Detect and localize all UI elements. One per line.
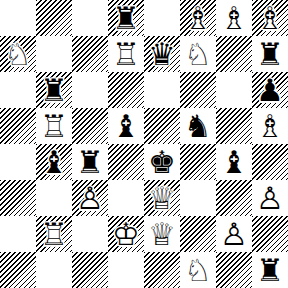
square-f6[interactable] [180,72,216,108]
square-e2[interactable]: ♛♕ [144,216,180,252]
square-a6[interactable] [0,72,36,108]
white-bishop: ♝♗ [216,0,252,36]
white-knight: ♞♘ [180,36,216,72]
white-pawn-icon: ♙ [216,216,252,252]
square-c8[interactable] [72,0,108,36]
square-f5[interactable]: ♞♞ [180,108,216,144]
square-h1[interactable]: ♜♜ [252,252,288,288]
square-h7[interactable]: ♜♜ [252,36,288,72]
black-rook: ♜♜ [72,144,108,180]
square-d5[interactable]: ♝♝ [108,108,144,144]
square-b3[interactable] [36,180,72,216]
square-d6[interactable] [108,72,144,108]
square-f7[interactable]: ♞♘ [180,36,216,72]
white-knight-icon: ♘ [180,36,216,72]
chess-board: ♜♜♝♗♝♗♝♗♞♘♜♖♛♛♞♘♜♜♜♜♟♟♜♖♝♝♞♞♝♗♝♝♜♜♚♚♝♝♟♙… [0,0,288,288]
square-d1[interactable] [108,252,144,288]
white-rook-icon: ♖ [108,36,144,72]
black-bishop-icon: ♝ [36,144,72,180]
square-b2[interactable]: ♜♖ [36,216,72,252]
white-queen-icon: ♕ [144,180,180,216]
square-g3[interactable] [216,180,252,216]
square-c4[interactable]: ♜♜ [72,144,108,180]
white-rook-icon: ♖ [36,108,72,144]
square-d4[interactable] [108,144,144,180]
black-rook-icon: ♜ [36,72,72,108]
black-knight-icon: ♞ [180,108,216,144]
square-g1[interactable] [216,252,252,288]
square-e4[interactable]: ♚♚ [144,144,180,180]
white-knight-icon: ♘ [0,36,36,72]
square-h4[interactable] [252,144,288,180]
white-bishop: ♝♗ [252,108,288,144]
square-e6[interactable] [144,72,180,108]
square-e1[interactable] [144,252,180,288]
black-pawn: ♟♟ [252,72,288,108]
square-e8[interactable] [144,0,180,36]
square-h8[interactable]: ♝♗ [252,0,288,36]
square-c6[interactable] [72,72,108,108]
square-a1[interactable] [0,252,36,288]
square-h3[interactable]: ♟♙ [252,180,288,216]
black-bishop-icon: ♝ [216,144,252,180]
black-king-icon: ♚ [144,144,180,180]
square-d8[interactable]: ♜♜ [108,0,144,36]
black-bishop: ♝♝ [216,144,252,180]
square-a2[interactable] [0,216,36,252]
square-d7[interactable]: ♜♖ [108,36,144,72]
white-rook: ♜♖ [108,36,144,72]
square-b6[interactable]: ♜♜ [36,72,72,108]
square-e5[interactable] [144,108,180,144]
black-rook: ♜♜ [108,0,144,36]
square-a3[interactable] [0,180,36,216]
black-queen: ♛♛ [144,36,180,72]
white-queen-icon: ♕ [144,216,180,252]
square-f2[interactable] [180,216,216,252]
white-bishop-icon: ♗ [180,0,216,36]
square-c5[interactable] [72,108,108,144]
square-c2[interactable] [72,216,108,252]
square-c3[interactable]: ♟♙ [72,180,108,216]
square-a8[interactable] [0,0,36,36]
black-king: ♚♚ [144,144,180,180]
white-king-icon: ♔ [108,216,144,252]
square-f3[interactable] [180,180,216,216]
black-queen-icon: ♛ [144,36,180,72]
black-rook: ♜♜ [252,36,288,72]
white-pawn: ♟♙ [252,180,288,216]
square-c7[interactable] [72,36,108,72]
white-queen: ♛♕ [144,216,180,252]
square-g6[interactable] [216,72,252,108]
square-h6[interactable]: ♟♟ [252,72,288,108]
white-bishop-icon: ♗ [252,108,288,144]
white-rook: ♜♖ [36,216,72,252]
black-rook-icon: ♜ [108,0,144,36]
black-rook: ♜♜ [36,72,72,108]
square-b7[interactable] [36,36,72,72]
black-rook: ♜♜ [252,252,288,288]
white-queen: ♛♕ [144,180,180,216]
black-knight: ♞♞ [180,108,216,144]
square-g7[interactable] [216,36,252,72]
square-h5[interactable]: ♝♗ [252,108,288,144]
square-d2[interactable]: ♚♔ [108,216,144,252]
white-knight-icon: ♘ [180,252,216,288]
square-f4[interactable] [180,144,216,180]
square-g8[interactable]: ♝♗ [216,0,252,36]
square-b4[interactable]: ♝♝ [36,144,72,180]
white-rook: ♜♖ [36,108,72,144]
white-rook-icon: ♖ [36,216,72,252]
square-g2[interactable]: ♟♙ [216,216,252,252]
black-pawn-icon: ♟ [252,72,288,108]
square-d3[interactable] [108,180,144,216]
square-f8[interactable]: ♝♗ [180,0,216,36]
white-knight: ♞♘ [0,36,36,72]
square-f1[interactable]: ♞♘ [180,252,216,288]
white-bishop-icon: ♗ [216,0,252,36]
white-knight: ♞♘ [180,252,216,288]
white-bishop: ♝♗ [252,0,288,36]
white-pawn: ♟♙ [72,180,108,216]
white-pawn-icon: ♙ [72,180,108,216]
black-bishop: ♝♝ [108,108,144,144]
square-h2[interactable] [252,216,288,252]
white-pawn: ♟♙ [216,216,252,252]
square-c1[interactable] [72,252,108,288]
black-rook-icon: ♜ [252,36,288,72]
black-bishop: ♝♝ [36,144,72,180]
square-b1[interactable] [36,252,72,288]
white-bishop: ♝♗ [180,0,216,36]
square-a7[interactable]: ♞♘ [0,36,36,72]
black-rook-icon: ♜ [72,144,108,180]
square-e7[interactable]: ♛♛ [144,36,180,72]
square-g4[interactable]: ♝♝ [216,144,252,180]
square-b5[interactable]: ♜♖ [36,108,72,144]
square-g5[interactable] [216,108,252,144]
white-pawn-icon: ♙ [252,180,288,216]
white-king: ♚♔ [108,216,144,252]
black-rook-icon: ♜ [252,252,288,288]
square-b8[interactable] [36,0,72,36]
black-bishop-icon: ♝ [108,108,144,144]
square-a5[interactable] [0,108,36,144]
square-e3[interactable]: ♛♕ [144,180,180,216]
square-a4[interactable] [0,144,36,180]
white-bishop-icon: ♗ [252,0,288,36]
